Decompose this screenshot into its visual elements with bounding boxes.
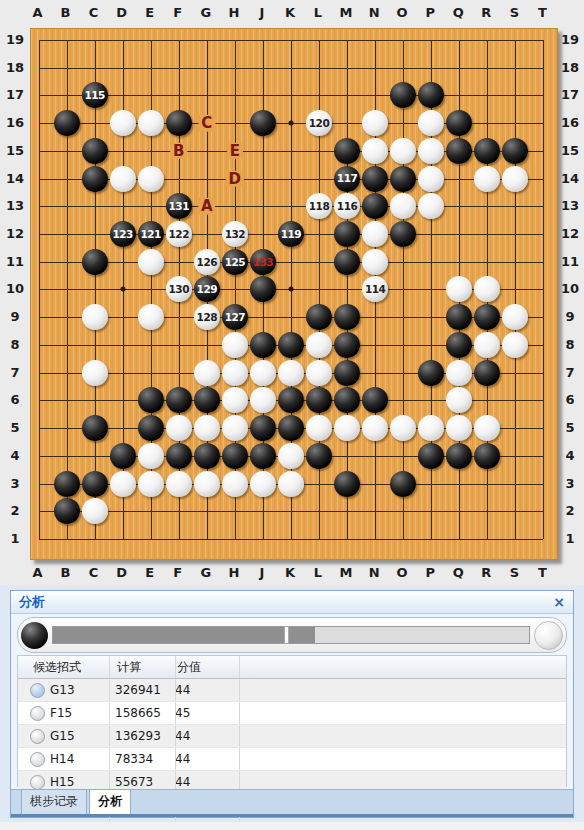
- column-separator: [109, 748, 110, 770]
- stone-black: 123: [110, 221, 136, 247]
- stone-white: [222, 360, 248, 386]
- coords-left-label: 10: [6, 281, 24, 296]
- stone-white: [222, 471, 248, 497]
- stone-black: [334, 332, 360, 358]
- stone-black: [250, 276, 276, 302]
- coords-top-label: S: [510, 5, 519, 20]
- move-number: 116: [337, 201, 357, 212]
- stone-white: 130: [166, 276, 192, 302]
- window-bottom-margin: [0, 822, 584, 830]
- coords-top-label: N: [369, 5, 380, 20]
- stone-white: [166, 471, 192, 497]
- stone-black: [110, 443, 136, 469]
- calculation-cell: 326941: [115, 683, 161, 697]
- column-separator: [239, 656, 240, 678]
- grid-line: [403, 40, 404, 539]
- column-separator: [109, 679, 110, 701]
- calculation-cell: 55673: [115, 775, 153, 789]
- coords-top-label: K: [285, 5, 295, 20]
- candidate-move-row[interactable]: F1515866545: [18, 702, 566, 725]
- move-number: 114: [365, 284, 385, 295]
- column-separator: [239, 679, 240, 701]
- coords-left-label: 14: [6, 170, 24, 185]
- stone-black: 115: [82, 82, 108, 108]
- stone-white: [306, 332, 332, 358]
- move-number: 123: [112, 229, 132, 240]
- tab-move-record[interactable]: 棋步记录: [21, 789, 87, 814]
- stone-white: [138, 166, 164, 192]
- stone-white: [390, 138, 416, 164]
- stone-white: [250, 387, 276, 413]
- coords-right-label: 18: [561, 59, 579, 74]
- coords-bottom-label: G: [200, 565, 211, 580]
- stone-white: [194, 415, 220, 441]
- stone-white: [82, 304, 108, 330]
- stone-white: [278, 360, 304, 386]
- column-separator: [175, 656, 176, 678]
- stone-black: [166, 443, 192, 469]
- column-separator: [239, 702, 240, 724]
- column-separator: [109, 725, 110, 747]
- calculation-cell: 78334: [115, 752, 153, 766]
- stone-white: [446, 360, 472, 386]
- stone-white: [502, 332, 528, 358]
- stone-black: [82, 249, 108, 275]
- stone-white: [390, 193, 416, 219]
- coords-top-label: C: [89, 5, 99, 20]
- coords-top-label: P: [425, 5, 435, 20]
- coords-bottom-label: N: [369, 565, 380, 580]
- coords-left-label: 4: [10, 447, 19, 462]
- stone-white: [474, 415, 500, 441]
- stone-black: [306, 443, 332, 469]
- stone-white: [306, 415, 332, 441]
- move-number: 127: [225, 312, 245, 323]
- stone-white: [278, 443, 304, 469]
- stone-black: [502, 138, 528, 164]
- grid-line: [39, 539, 544, 540]
- coords-bottom-label: R: [481, 565, 491, 580]
- stone-white: [474, 276, 500, 302]
- column-separator: [175, 702, 176, 724]
- coords-right-label: 19: [561, 32, 579, 47]
- score-cell: 44: [175, 775, 190, 789]
- coords-top-label: L: [314, 5, 322, 20]
- stone-white: [362, 110, 388, 136]
- stone-white: [250, 471, 276, 497]
- stone-white: 114: [362, 276, 388, 302]
- stone-white: [194, 471, 220, 497]
- stone-black: [250, 332, 276, 358]
- move-number: 129: [197, 284, 217, 295]
- coords-right-label: 3: [565, 475, 574, 490]
- coords-left-label: 9: [10, 309, 19, 324]
- coords-bottom-label: O: [397, 565, 408, 580]
- stone-white: [278, 471, 304, 497]
- score-cell: 45: [175, 706, 190, 720]
- stone-black: [418, 443, 444, 469]
- go-board-area: AABBCCDDEEFFGGHHJJKKLLMMNNOOPPQQRRSSTT19…: [0, 0, 584, 585]
- coords-top-label: D: [116, 5, 127, 20]
- coords-left-label: 5: [10, 420, 19, 435]
- column-separator: [109, 702, 110, 724]
- candidate-stone-icon: [30, 775, 45, 790]
- slider-handle[interactable]: [284, 626, 289, 644]
- stone-black: [390, 471, 416, 497]
- stone-white: [446, 415, 472, 441]
- coords-right-label: 5: [565, 420, 574, 435]
- coords-top-label: T: [538, 5, 547, 20]
- stone-black: [418, 360, 444, 386]
- column-separator: [175, 679, 176, 701]
- stone-black: [138, 415, 164, 441]
- candidate-stone-icon: [30, 729, 45, 744]
- stone-white: [138, 304, 164, 330]
- stone-white: [418, 138, 444, 164]
- candidate-moves-table: 候选招式计算分值 G1332694144F1515866545G15136293…: [17, 655, 567, 787]
- grid-line: [543, 40, 544, 539]
- candidate-move-row[interactable]: G1332694144: [18, 679, 566, 702]
- coords-left-label: 3: [10, 475, 19, 490]
- coords-bottom-label: P: [425, 565, 435, 580]
- stone-white: [82, 360, 108, 386]
- stone-white: [418, 110, 444, 136]
- stone-black: [474, 304, 500, 330]
- stone-black: [278, 332, 304, 358]
- analysis-panel-titlebar: 分析 ×: [11, 591, 573, 614]
- coords-bottom-label: F: [173, 565, 182, 580]
- stone-black: [250, 110, 276, 136]
- candidate-move-cell: H14: [50, 752, 74, 766]
- stone-white: 116: [334, 193, 360, 219]
- coords-right-label: 11: [561, 253, 579, 268]
- stone-black: [334, 471, 360, 497]
- stone-white: [110, 110, 136, 136]
- stone-white: [502, 304, 528, 330]
- stone-black: [334, 387, 360, 413]
- bottom-dock: 分析 × 候选招式计算分值 G1332694144F1515866545G151…: [0, 585, 584, 830]
- stone-white: [362, 138, 388, 164]
- stone-black: [306, 304, 332, 330]
- candidate-move-cell: F15: [50, 706, 72, 720]
- stone-black: [390, 82, 416, 108]
- column-separator: [239, 725, 240, 747]
- coords-bottom-label: M: [340, 565, 353, 580]
- coords-right-label: 7: [565, 364, 574, 379]
- stone-black: [222, 443, 248, 469]
- coords-left-label: 8: [10, 336, 19, 351]
- coords-bottom-label: L: [314, 565, 322, 580]
- coords-left-label: 17: [6, 87, 24, 102]
- coords-left-label: 2: [10, 503, 19, 518]
- stone-white: [306, 360, 332, 386]
- stone-black: [418, 82, 444, 108]
- coords-bottom-label: H: [228, 565, 239, 580]
- coords-top-label: Q: [453, 5, 464, 20]
- stone-black: [446, 110, 472, 136]
- variation-letter-label[interactable]: B: [170, 143, 187, 160]
- move-number: 125: [225, 257, 245, 268]
- coords-left-label: 18: [6, 59, 24, 74]
- coords-right-label: 14: [561, 170, 579, 185]
- stone-black: [278, 415, 304, 441]
- winrate-slider[interactable]: [52, 626, 530, 644]
- variation-letter-label[interactable]: D: [226, 170, 244, 187]
- stone-white: [222, 332, 248, 358]
- stone-white: [418, 193, 444, 219]
- coords-left-label: 15: [6, 142, 24, 157]
- move-number: 130: [169, 284, 189, 295]
- move-number: 128: [197, 312, 217, 323]
- stone-black: [474, 138, 500, 164]
- stone-white: [194, 360, 220, 386]
- table-header-row: 候选招式计算分值: [18, 656, 566, 679]
- stone-black: [250, 415, 276, 441]
- panel-tab-bar: 棋步记录分析: [11, 789, 573, 817]
- column-separator: [239, 748, 240, 770]
- stone-white: [474, 166, 500, 192]
- candidate-move-cell: G15: [50, 729, 75, 743]
- coords-right-label: 4: [565, 447, 574, 462]
- coords-right-label: 2: [565, 503, 574, 518]
- stone-black: [54, 471, 80, 497]
- coords-top-label: H: [228, 5, 239, 20]
- panel-title: 分析: [19, 593, 45, 611]
- variation-letter-label[interactable]: E: [227, 143, 243, 160]
- grid-line: [347, 40, 348, 539]
- stone-black: 133: [250, 249, 276, 275]
- coords-bottom-label: J: [259, 565, 264, 580]
- coords-bottom-label: B: [61, 565, 71, 580]
- stone-black: [82, 166, 108, 192]
- stone-white: 128: [194, 304, 220, 330]
- coords-top-label: G: [200, 5, 211, 20]
- stone-white: [138, 249, 164, 275]
- coords-bottom-label: C: [89, 565, 99, 580]
- coords-bottom-label: K: [285, 565, 295, 580]
- coords-bottom-label: E: [145, 565, 154, 580]
- stone-black: 125: [222, 249, 248, 275]
- white-stone-icon: [534, 621, 563, 650]
- stone-black: [82, 471, 108, 497]
- stone-white: [390, 415, 416, 441]
- move-number: 121: [140, 229, 160, 240]
- stone-black: [446, 443, 472, 469]
- stone-black: [334, 360, 360, 386]
- coords-left-label: 1: [10, 530, 19, 545]
- stone-black: [194, 387, 220, 413]
- stone-white: 132: [222, 221, 248, 247]
- grid-line: [39, 511, 544, 512]
- coords-bottom-label: D: [116, 565, 127, 580]
- move-number: 117: [337, 173, 357, 184]
- grid-line: [515, 40, 516, 539]
- stone-black: [362, 166, 388, 192]
- stone-white: [250, 360, 276, 386]
- stone-white: [138, 110, 164, 136]
- column-separator: [109, 656, 110, 678]
- coords-left-label: 12: [6, 226, 24, 241]
- coords-bottom-label: S: [510, 565, 519, 580]
- column-separator: [175, 725, 176, 747]
- coords-right-label: 12: [561, 226, 579, 241]
- stone-black: [278, 387, 304, 413]
- stone-black: [194, 443, 220, 469]
- calculation-cell: 158665: [115, 706, 161, 720]
- column-header: 候选招式: [33, 659, 81, 676]
- stone-black: [334, 249, 360, 275]
- star-point: [288, 287, 293, 292]
- stone-white: [82, 498, 108, 524]
- black-stone-icon: [21, 622, 48, 649]
- coords-bottom-label: T: [538, 565, 547, 580]
- score-cell: 44: [175, 729, 190, 743]
- coords-right-label: 13: [561, 198, 579, 213]
- winrate-slider-row: [17, 617, 567, 653]
- stone-black: [334, 304, 360, 330]
- coords-right-label: 9: [565, 309, 574, 324]
- stone-white: [362, 415, 388, 441]
- coords-right-label: 1: [565, 530, 574, 545]
- coords-left-label: 13: [6, 198, 24, 213]
- stone-white: [418, 415, 444, 441]
- coords-left-label: 7: [10, 364, 19, 379]
- coords-left-label: 19: [6, 32, 24, 47]
- stone-black: [334, 221, 360, 247]
- coords-top-label: A: [32, 5, 42, 20]
- stone-black: [166, 110, 192, 136]
- analysis-panel: 分析 × 候选招式计算分值 G1332694144F1515866545G151…: [10, 590, 574, 818]
- move-number: 122: [169, 229, 189, 240]
- stone-black: [166, 387, 192, 413]
- coords-top-label: R: [481, 5, 491, 20]
- tab-analysis[interactable]: 分析: [89, 789, 131, 814]
- coords-top-label: E: [145, 5, 154, 20]
- candidate-stone-icon: [30, 752, 45, 767]
- stone-black: [82, 415, 108, 441]
- stone-black: 121: [138, 221, 164, 247]
- coords-right-label: 17: [561, 87, 579, 102]
- stone-black: 117: [334, 166, 360, 192]
- candidate-move-cell: G13: [50, 683, 75, 697]
- score-cell: 44: [175, 683, 190, 697]
- stone-black: [362, 193, 388, 219]
- go-board[interactable]: 1151201171311181161231211221321191261251…: [30, 28, 558, 560]
- move-number: 126: [197, 257, 217, 268]
- move-number: 132: [225, 229, 245, 240]
- stone-black: [446, 304, 472, 330]
- coords-right-label: 10: [561, 281, 579, 296]
- stone-black: [54, 498, 80, 524]
- candidate-move-row[interactable]: G1513629344: [18, 725, 566, 748]
- coords-top-label: M: [340, 5, 353, 20]
- move-number: 120: [309, 118, 329, 129]
- last-move-number: 133: [253, 257, 273, 268]
- stone-black: [138, 387, 164, 413]
- move-number: 118: [309, 201, 329, 212]
- move-number: 115: [84, 90, 104, 101]
- candidate-stone-icon: [30, 706, 45, 721]
- stone-white: [446, 387, 472, 413]
- coords-top-label: F: [173, 5, 182, 20]
- score-cell: 44: [175, 752, 190, 766]
- stone-white: [138, 471, 164, 497]
- calculation-cell: 136293: [115, 729, 161, 743]
- coords-top-label: B: [61, 5, 71, 20]
- coords-left-label: 6: [10, 392, 19, 407]
- stone-white: 120: [306, 110, 332, 136]
- stone-white: [334, 415, 360, 441]
- stone-white: [418, 166, 444, 192]
- coords-right-label: 16: [561, 115, 579, 130]
- coords-left-label: 16: [6, 115, 24, 130]
- variation-letter-label[interactable]: C: [198, 115, 215, 132]
- stone-white: [166, 415, 192, 441]
- candidate-move-cell: H15: [50, 775, 74, 789]
- stone-white: [474, 332, 500, 358]
- stone-white: 118: [306, 193, 332, 219]
- stone-black: [390, 221, 416, 247]
- star-point: [288, 121, 293, 126]
- stone-black: 119: [278, 221, 304, 247]
- column-separator: [175, 748, 176, 770]
- stone-black: [474, 360, 500, 386]
- stone-black: [334, 138, 360, 164]
- winrate-fill: [53, 627, 315, 643]
- stone-black: 131: [166, 193, 192, 219]
- move-number: 131: [169, 201, 189, 212]
- stone-white: [110, 471, 136, 497]
- column-header: 计算: [117, 659, 141, 676]
- stone-black: [446, 332, 472, 358]
- coords-bottom-label: Q: [453, 565, 464, 580]
- stone-black: [362, 387, 388, 413]
- candidate-move-row[interactable]: H147833444: [18, 748, 566, 771]
- coords-right-label: 8: [565, 336, 574, 351]
- star-point: [120, 287, 125, 292]
- move-number: 119: [281, 229, 301, 240]
- coords-left-label: 11: [6, 253, 24, 268]
- stone-black: 127: [222, 304, 248, 330]
- stone-white: [222, 415, 248, 441]
- stone-black: 129: [194, 276, 220, 302]
- candidate-stone-icon: [30, 683, 45, 698]
- stone-black: [446, 138, 472, 164]
- stone-white: [362, 249, 388, 275]
- stone-white: [502, 166, 528, 192]
- stone-white: [138, 443, 164, 469]
- stone-white: 126: [194, 249, 220, 275]
- variation-letter-label[interactable]: A: [198, 198, 216, 215]
- coords-top-label: O: [397, 5, 408, 20]
- stone-white: [362, 221, 388, 247]
- stone-black: [250, 443, 276, 469]
- coords-top-label: J: [259, 5, 264, 20]
- stone-white: [446, 276, 472, 302]
- close-icon[interactable]: ×: [553, 595, 565, 609]
- stone-black: [82, 138, 108, 164]
- stone-white: [222, 387, 248, 413]
- column-header: 分值: [177, 659, 201, 676]
- coords-right-label: 6: [565, 392, 574, 407]
- stone-white: 122: [166, 221, 192, 247]
- stone-black: [390, 166, 416, 192]
- stone-black: [54, 110, 80, 136]
- coords-bottom-label: A: [32, 565, 42, 580]
- stone-black: [306, 387, 332, 413]
- stone-black: [474, 443, 500, 469]
- coords-right-label: 15: [561, 142, 579, 157]
